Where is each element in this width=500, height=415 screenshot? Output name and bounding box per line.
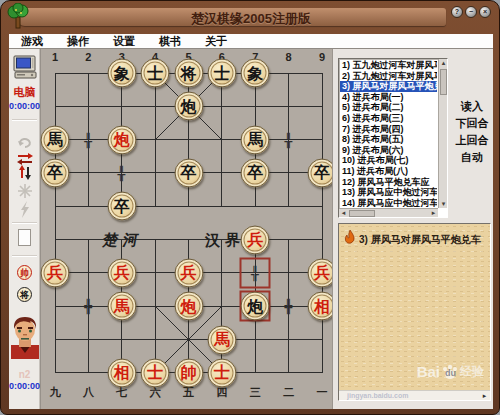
load-button[interactable]: 读入	[451, 99, 493, 114]
computer-label: 电脑	[9, 85, 40, 100]
piece-black[interactable]: 卒	[107, 192, 136, 221]
piece-red[interactable]: 兵	[174, 258, 203, 287]
opening-item[interactable]: 5) 进兵布局(二)	[340, 102, 437, 113]
piece-black[interactable]: 士	[207, 59, 236, 88]
opening-item[interactable]: 8) 进兵布局(五)	[340, 134, 437, 145]
card-icon[interactable]	[9, 229, 40, 250]
piece-black[interactable]: 将	[174, 59, 203, 88]
sort-arrows-icon[interactable]	[9, 165, 40, 184]
piece-red[interactable]: 馬	[107, 292, 136, 321]
piece-black[interactable]: 卒	[174, 158, 203, 187]
rank-label: 三	[250, 384, 261, 399]
player-clock: 0:00:00	[9, 381, 40, 391]
piece-red[interactable]: 兵	[107, 258, 136, 287]
commentary-horizontal-scrollbar[interactable]: jingyan.baidu.com ▸	[339, 390, 490, 400]
player-name: n2	[9, 369, 40, 380]
piece-red[interactable]: 兵	[41, 258, 70, 287]
piece-black[interactable]: 卒	[241, 158, 270, 187]
piece-red[interactable]: 兵	[241, 225, 270, 254]
point-marker-icon: ╬	[285, 300, 293, 313]
piece-red[interactable]: 帥	[174, 358, 203, 387]
opening-item[interactable]: 14) 屏风马应中炮过河车	[340, 198, 437, 207]
red-king-piece-icon[interactable]: 帅	[17, 265, 32, 280]
watermark-url: jingyan.baidu.com	[347, 392, 408, 399]
last-move-highlight	[240, 257, 271, 288]
player-avatar	[9, 315, 40, 363]
xiangqi-board[interactable]: 123456789九八七六五四三二一╬╬╬╬╬╬象士将士象炮馬炮馬卒卒卒卒卒兵兵…	[41, 49, 333, 409]
commentary-panel: 3) 屏风马对屏风马平炮兑车 Bai du 经验 jingyan.baidu.c…	[338, 223, 491, 401]
piece-red[interactable]: 相	[107, 358, 136, 387]
app-window: 楚汉棋缘2005注册版 ? − × 游戏操作设置棋书关于 电脑 0:00:00	[0, 0, 500, 415]
opening-item[interactable]: 9) 进兵布局(六)	[340, 145, 437, 156]
opening-item[interactable]: 2) 五九炮过河车对屏风马	[340, 71, 437, 82]
rank-label: 八	[83, 384, 94, 399]
minimize-button[interactable]: −	[465, 6, 477, 18]
piece-black[interactable]: 象	[107, 59, 136, 88]
piece-black[interactable]: 炮	[241, 292, 270, 321]
list-horizontal-scrollbar[interactable]: ◂ ▸	[339, 208, 438, 217]
piece-black[interactable]: 馬	[241, 125, 270, 154]
file-label: 2	[85, 51, 91, 63]
river-label-han: 汉界	[205, 231, 245, 250]
black-king-piece-icon[interactable]: 将	[17, 287, 32, 302]
list-vertical-scrollbar[interactable]: ▴ ▾	[438, 59, 447, 208]
point-marker-icon: ╬	[84, 300, 92, 313]
menu-item-0[interactable]: 游戏	[21, 34, 43, 48]
auto-button[interactable]: 自动	[451, 150, 493, 165]
right-panel: 1) 五九炮过河车对屏风马2) 五九炮过河车对屏风马3) 屏风马对屏风马平炮兑车…	[332, 49, 493, 409]
point-marker-icon: ╬	[118, 166, 126, 179]
river-label-chu: 楚河	[101, 231, 144, 250]
opening-item[interactable]: 3) 屏风马对屏风马平炮兑车	[340, 81, 437, 92]
file-label: 8	[286, 51, 292, 63]
opening-item[interactable]: 6) 进兵布局(三)	[340, 113, 437, 124]
menu-item-4[interactable]: 关于	[205, 34, 227, 48]
next-round-button[interactable]: 下回合	[451, 116, 493, 131]
menubar: 游戏操作设置棋书关于	[9, 34, 493, 49]
opening-item[interactable]: 1) 五九炮过河车对屏风马	[340, 60, 437, 71]
board-panel: 123456789九八七六五四三二一╬╬╬╬╬╬象士将士象炮馬炮馬卒卒卒卒卒兵兵…	[40, 49, 332, 409]
titlebar: 楚汉棋缘2005注册版 ? − ×	[1, 1, 500, 34]
menu-item-2[interactable]: 设置	[113, 34, 135, 48]
piece-black[interactable]: 象	[241, 59, 270, 88]
piece-red[interactable]: 馬	[207, 325, 236, 354]
baidu-watermark: Bai du 经验	[417, 363, 484, 380]
point-marker-icon: ╬	[285, 133, 293, 146]
sidebar: 电脑 0:00:00	[9, 49, 40, 409]
menu-item-3[interactable]: 棋书	[159, 34, 181, 48]
opening-item[interactable]: 7) 进兵布局(四)	[340, 124, 437, 135]
file-label: 1	[52, 51, 58, 63]
flame-icon	[344, 230, 356, 244]
rank-label: 一	[317, 384, 328, 399]
opening-item[interactable]: 4) 进兵布局(一)	[340, 92, 437, 103]
lightning-icon[interactable]	[9, 201, 40, 222]
piece-black[interactable]: 卒	[41, 158, 70, 187]
opening-item[interactable]: 10) 进兵布局(七)	[340, 155, 437, 166]
piece-red[interactable]: 士	[141, 358, 170, 387]
sidebar-divider	[12, 119, 37, 120]
prev-round-button[interactable]: 上回合	[451, 133, 493, 148]
window-title: 楚汉棋缘2005注册版	[1, 10, 500, 28]
file-label: 9	[319, 51, 325, 63]
burst-icon[interactable]	[9, 183, 40, 203]
computer-clock: 0:00:00	[9, 101, 40, 111]
piece-red[interactable]: 炮	[107, 125, 136, 154]
commentary-text: 3) 屏风马对屏风马平炮兑车	[359, 233, 481, 247]
point-marker-icon: ╬	[84, 133, 92, 146]
computer-icon[interactable]	[9, 55, 40, 85]
opening-item[interactable]: 12) 屏风马平炮兑车应	[340, 177, 437, 188]
piece-black[interactable]: 炮	[174, 92, 203, 121]
piece-red[interactable]: 士	[207, 358, 236, 387]
rank-label: 九	[50, 384, 61, 399]
sidebar-divider	[12, 255, 37, 256]
opening-item[interactable]: 11) 进兵布局(八)	[340, 166, 437, 177]
piece-red[interactable]: 炮	[174, 292, 203, 321]
piece-black[interactable]: 馬	[41, 125, 70, 154]
sidebar-divider	[12, 222, 37, 223]
baidu-paw-icon: du	[441, 364, 459, 380]
piece-black[interactable]: 士	[141, 59, 170, 88]
close-button[interactable]: ×	[479, 6, 491, 18]
help-button[interactable]: ?	[451, 6, 463, 18]
menu-item-1[interactable]: 操作	[67, 34, 89, 48]
opening-listbox[interactable]: 1) 五九炮过河车对屏风马2) 五九炮过河车对屏风马3) 屏风马对屏风马平炮兑车…	[338, 58, 448, 218]
opening-item[interactable]: 13) 屏风马应中炮过河车	[340, 187, 437, 198]
undo-icon[interactable]	[9, 133, 40, 153]
rank-label: 二	[283, 384, 294, 399]
